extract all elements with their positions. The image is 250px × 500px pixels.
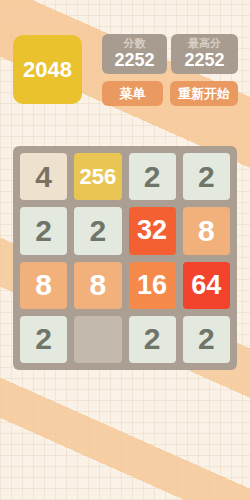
restart-button[interactable]: 重新开始 xyxy=(170,81,238,106)
score-box: 分数 2252 xyxy=(102,34,167,74)
tile-256: 256 xyxy=(74,153,121,200)
best-score-box: 最高分 2252 xyxy=(171,34,238,74)
tile-8: 8 xyxy=(20,262,67,309)
tile-4: 4 xyxy=(20,153,67,200)
tile-16: 16 xyxy=(129,262,176,309)
tile-2: 2 xyxy=(129,153,176,200)
tile-32: 32 xyxy=(129,207,176,254)
best-score-value: 2252 xyxy=(184,50,224,71)
tile-8: 8 xyxy=(183,207,230,254)
menu-button[interactable]: 菜单 xyxy=(102,81,163,106)
tile-2: 2 xyxy=(183,153,230,200)
tile-64: 64 xyxy=(183,262,230,309)
best-score-label: 最高分 xyxy=(188,37,221,50)
logo-2048: 2048 xyxy=(13,35,82,104)
game-screen: 2048 分数 2252 最高分 2252 菜单 重新开始 4256222232… xyxy=(0,0,250,500)
score-label: 分数 xyxy=(124,37,146,50)
tile-2: 2 xyxy=(74,207,121,254)
tile-2: 2 xyxy=(129,316,176,363)
tile-2: 2 xyxy=(20,316,67,363)
score-value: 2252 xyxy=(114,50,154,71)
board[interactable]: 42562222328881664222 xyxy=(13,146,237,370)
empty-cell xyxy=(74,316,121,363)
tile-2: 2 xyxy=(183,316,230,363)
tile-2: 2 xyxy=(20,207,67,254)
tile-8: 8 xyxy=(74,262,121,309)
